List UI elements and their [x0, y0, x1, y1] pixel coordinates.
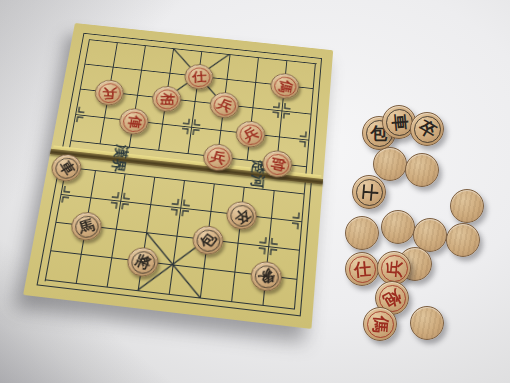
piece-character: 兵 — [215, 97, 234, 114]
board-cell — [77, 255, 113, 288]
board-cell — [181, 181, 215, 212]
piece-character: 將 — [133, 252, 153, 271]
board-cell — [201, 269, 236, 302]
piece-character: 卒 — [231, 206, 252, 226]
board-cell — [117, 202, 151, 233]
piece-red-horse: 傌 — [363, 307, 397, 341]
river-label-left: 漢界 — [101, 144, 140, 175]
board-cell — [142, 46, 174, 74]
piece-character: 兵 — [102, 86, 117, 99]
piece-character: 仕 — [353, 260, 371, 278]
piece-character: 包 — [197, 230, 218, 250]
piece-face-down — [381, 210, 415, 244]
board-cell — [151, 178, 185, 209]
board-cell — [114, 43, 146, 71]
board-cell — [46, 251, 82, 284]
piece-character: 象 — [256, 266, 278, 286]
piece-character: 士 — [360, 183, 378, 201]
piece-character: 兵 — [240, 125, 260, 143]
piece-character: 車 — [56, 158, 76, 177]
board-cell — [91, 171, 125, 202]
piece-character: 傌 — [276, 79, 293, 94]
board-cell — [147, 205, 181, 237]
board-wood-surface: 漢界 楚河 仕傌兵相兵俥兵兵帥車卒馬包將象 — [23, 23, 333, 329]
board-cell — [280, 111, 312, 140]
board-cell — [170, 265, 205, 298]
piece-character: 馬 — [77, 217, 96, 235]
board-cell — [272, 191, 305, 222]
piece-character: 炮 — [380, 286, 403, 309]
piece-red-advisor: 仕 — [345, 252, 379, 286]
piece-character: 仕 — [191, 70, 206, 83]
board-cell — [85, 40, 117, 67]
piece-red-soldier: 兵 — [377, 251, 411, 285]
piece-black-soldier: 卒 — [410, 112, 444, 146]
piece-face-down — [405, 153, 439, 187]
board-cell — [269, 219, 302, 251]
board-cell — [121, 174, 155, 205]
piece-face-down — [345, 216, 379, 250]
board-cell — [227, 55, 258, 83]
piece-character: 傌 — [371, 315, 389, 333]
piece-character: 兵 — [385, 259, 403, 277]
piece-character: 相 — [159, 92, 174, 105]
board-cell — [159, 125, 192, 155]
piece-black-advisor: 士 — [352, 175, 386, 209]
piece-character: 俥 — [126, 114, 143, 129]
xiangqi-board: 漢界 楚河 仕傌兵相兵俥兵兵帥車卒馬包將象 — [23, 23, 333, 329]
piece-character: 車 — [390, 113, 408, 131]
piece-character: 卒 — [415, 117, 438, 140]
piece-character: 兵 — [209, 149, 227, 166]
piece-character: 帥 — [269, 156, 286, 172]
piece-face-down — [410, 306, 444, 340]
board-cell — [71, 115, 105, 144]
piece-face-down — [450, 189, 484, 223]
piece-face-down — [446, 223, 480, 257]
piece-face-down — [373, 147, 407, 181]
